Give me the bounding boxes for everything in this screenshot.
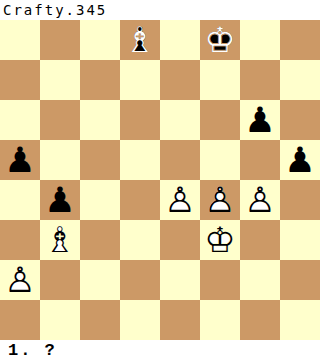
piece-outline-white-king: ♔ — [200, 220, 240, 260]
square-h7[interactable] — [280, 60, 320, 100]
square-e4[interactable]: ♟♙ — [160, 180, 200, 220]
piece-outline-black-bishop: ♗ — [120, 20, 160, 60]
square-d6[interactable] — [120, 100, 160, 140]
square-h8[interactable] — [280, 20, 320, 60]
square-a3[interactable] — [0, 220, 40, 260]
square-b5[interactable] — [40, 140, 80, 180]
square-b3[interactable]: ♝♗ — [40, 220, 80, 260]
square-h5[interactable]: ♟ — [280, 140, 320, 180]
piece-outline-white-pawn: ♙ — [0, 260, 40, 300]
piece-outline-white-pawn: ♙ — [160, 180, 200, 220]
square-c8[interactable] — [80, 20, 120, 60]
square-d2[interactable] — [120, 260, 160, 300]
square-c1[interactable] — [80, 300, 120, 340]
square-a2[interactable]: ♟♙ — [0, 260, 40, 300]
square-c3[interactable] — [80, 220, 120, 260]
square-c7[interactable] — [80, 60, 120, 100]
square-a8[interactable] — [0, 20, 40, 60]
square-h2[interactable] — [280, 260, 320, 300]
square-g4[interactable]: ♟♙ — [240, 180, 280, 220]
square-a4[interactable] — [0, 180, 40, 220]
square-d8[interactable]: ♝♗ — [120, 20, 160, 60]
square-a7[interactable] — [0, 60, 40, 100]
square-g5[interactable] — [240, 140, 280, 180]
square-b2[interactable] — [40, 260, 80, 300]
piece-black-pawn[interactable]: ♟ — [240, 100, 280, 140]
square-d5[interactable] — [120, 140, 160, 180]
square-e5[interactable] — [160, 140, 200, 180]
move-prompt: 1. ? — [8, 341, 57, 360]
piece-outline-white-bishop: ♗ — [40, 220, 80, 260]
square-a6[interactable] — [0, 100, 40, 140]
square-h4[interactable] — [280, 180, 320, 220]
square-e8[interactable] — [160, 20, 200, 60]
square-f5[interactable] — [200, 140, 240, 180]
square-d4[interactable] — [120, 180, 160, 220]
engine-title: Crafty.345 — [3, 2, 107, 18]
square-b4[interactable]: ♟ — [40, 180, 80, 220]
caption-bar: 1. ? — [0, 340, 320, 360]
square-g3[interactable] — [240, 220, 280, 260]
square-h1[interactable] — [280, 300, 320, 340]
piece-outline-white-pawn: ♙ — [240, 180, 280, 220]
title-bar: Crafty.345 — [0, 0, 320, 20]
square-g6[interactable]: ♟ — [240, 100, 280, 140]
square-e3[interactable] — [160, 220, 200, 260]
square-d3[interactable] — [120, 220, 160, 260]
square-e1[interactable] — [160, 300, 200, 340]
piece-outline-black-king: ♔ — [200, 20, 240, 60]
square-f8[interactable]: ♚♔ — [200, 20, 240, 60]
square-g2[interactable] — [240, 260, 280, 300]
square-f2[interactable] — [200, 260, 240, 300]
square-e7[interactable] — [160, 60, 200, 100]
square-c2[interactable] — [80, 260, 120, 300]
square-f1[interactable] — [200, 300, 240, 340]
square-b8[interactable] — [40, 20, 80, 60]
square-a5[interactable]: ♟ — [0, 140, 40, 180]
piece-black-pawn[interactable]: ♟ — [280, 140, 320, 180]
square-b7[interactable] — [40, 60, 80, 100]
square-c6[interactable] — [80, 100, 120, 140]
square-e2[interactable] — [160, 260, 200, 300]
square-g7[interactable] — [240, 60, 280, 100]
square-f7[interactable] — [200, 60, 240, 100]
square-d7[interactable] — [120, 60, 160, 100]
square-h3[interactable] — [280, 220, 320, 260]
piece-black-pawn[interactable]: ♟ — [40, 180, 80, 220]
square-f4[interactable]: ♟♙ — [200, 180, 240, 220]
square-f3[interactable]: ♚♔ — [200, 220, 240, 260]
square-h6[interactable] — [280, 100, 320, 140]
square-b6[interactable] — [40, 100, 80, 140]
square-c4[interactable] — [80, 180, 120, 220]
square-e6[interactable] — [160, 100, 200, 140]
square-g1[interactable] — [240, 300, 280, 340]
square-b1[interactable] — [40, 300, 80, 340]
square-c5[interactable] — [80, 140, 120, 180]
chess-board: ♝♗♚♔♟♟♟♟♟♙♟♙♟♙♝♗♚♔♟♙ — [0, 20, 320, 340]
square-g8[interactable] — [240, 20, 280, 60]
piece-black-pawn[interactable]: ♟ — [0, 140, 40, 180]
square-a1[interactable] — [0, 300, 40, 340]
square-f6[interactable] — [200, 100, 240, 140]
piece-outline-white-pawn: ♙ — [200, 180, 240, 220]
square-d1[interactable] — [120, 300, 160, 340]
